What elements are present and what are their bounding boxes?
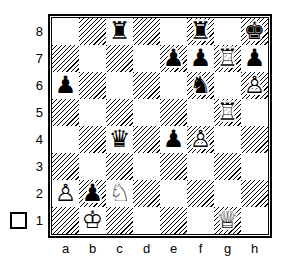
square-c7[interactable] <box>106 45 133 72</box>
square-a5[interactable] <box>52 99 79 126</box>
square-b1[interactable]: ♔ <box>79 207 106 234</box>
black-pawn-f7[interactable]: ♟ <box>187 45 214 72</box>
square-g6[interactable] <box>214 72 241 99</box>
square-c3[interactable] <box>106 153 133 180</box>
square-b4[interactable] <box>79 126 106 153</box>
rank-label-6: 6 <box>24 72 43 99</box>
board-frame: ♜♜♚♟♟♖♟♟♞♙♖♛♟♙♙♟♘♔♕ <box>48 14 272 238</box>
square-f3[interactable] <box>187 153 214 180</box>
black-king-h8[interactable]: ♚ <box>241 18 268 45</box>
file-label-h: h <box>241 241 268 256</box>
square-f1[interactable] <box>187 207 214 234</box>
file-label-c: c <box>106 241 133 256</box>
square-e8[interactable] <box>160 18 187 45</box>
square-g2[interactable] <box>214 180 241 207</box>
file-label-a: a <box>52 241 79 256</box>
square-g5[interactable]: ♖ <box>214 99 241 126</box>
file-label-f: f <box>187 241 214 256</box>
white-rook-g7[interactable]: ♖ <box>214 45 241 72</box>
square-b2[interactable]: ♟ <box>79 180 106 207</box>
square-f7[interactable]: ♟ <box>187 45 214 72</box>
black-pawn-b2[interactable]: ♟ <box>79 180 106 207</box>
rank-label-3: 3 <box>24 153 43 180</box>
square-a2[interactable]: ♙ <box>52 180 79 207</box>
square-c6[interactable] <box>106 72 133 99</box>
square-b5[interactable] <box>79 99 106 126</box>
square-d8[interactable] <box>133 18 160 45</box>
square-f6[interactable]: ♞ <box>187 72 214 99</box>
square-a7[interactable] <box>52 45 79 72</box>
file-label-b: b <box>79 241 106 256</box>
black-queen-c4[interactable]: ♛ <box>106 126 133 153</box>
square-f8[interactable]: ♜ <box>187 18 214 45</box>
square-f4[interactable]: ♙ <box>187 126 214 153</box>
square-g3[interactable] <box>214 153 241 180</box>
rank-labels: 87654321 <box>24 18 43 234</box>
square-b7[interactable] <box>79 45 106 72</box>
black-rook-f8[interactable]: ♜ <box>187 18 214 45</box>
square-e7[interactable]: ♟ <box>160 45 187 72</box>
black-pawn-e7[interactable]: ♟ <box>160 45 187 72</box>
chess-board[interactable]: ♜♜♚♟♟♖♟♟♞♙♖♛♟♙♙♟♘♔♕ <box>51 17 269 235</box>
rank-label-8: 8 <box>24 18 43 45</box>
square-e3[interactable] <box>160 153 187 180</box>
square-e1[interactable] <box>160 207 187 234</box>
square-f5[interactable] <box>187 99 214 126</box>
square-d6[interactable] <box>133 72 160 99</box>
white-king-b1[interactable]: ♔ <box>79 207 106 234</box>
square-c1[interactable] <box>106 207 133 234</box>
file-labels: abcdefgh <box>52 241 268 256</box>
square-e6[interactable] <box>160 72 187 99</box>
square-h3[interactable] <box>241 153 268 180</box>
file-label-g: g <box>214 241 241 256</box>
square-g4[interactable] <box>214 126 241 153</box>
square-h6[interactable]: ♙ <box>241 72 268 99</box>
square-a1[interactable] <box>52 207 79 234</box>
square-b3[interactable] <box>79 153 106 180</box>
white-knight-c2[interactable]: ♘ <box>106 180 133 207</box>
square-h4[interactable] <box>241 126 268 153</box>
file-label-d: d <box>133 241 160 256</box>
square-a6[interactable]: ♟ <box>52 72 79 99</box>
square-c8[interactable]: ♜ <box>106 18 133 45</box>
file-label-e: e <box>160 241 187 256</box>
square-d2[interactable] <box>133 180 160 207</box>
square-d3[interactable] <box>133 153 160 180</box>
square-g7[interactable]: ♖ <box>214 45 241 72</box>
white-pawn-f4[interactable]: ♙ <box>187 126 214 153</box>
square-a4[interactable] <box>52 126 79 153</box>
square-h7[interactable]: ♟ <box>241 45 268 72</box>
square-h1[interactable] <box>241 207 268 234</box>
square-b8[interactable] <box>79 18 106 45</box>
rank-label-4: 4 <box>24 126 43 153</box>
square-a3[interactable] <box>52 153 79 180</box>
black-pawn-a6[interactable]: ♟ <box>52 72 79 99</box>
rank-label-7: 7 <box>24 45 43 72</box>
square-d4[interactable] <box>133 126 160 153</box>
rank-label-1: 1 <box>24 207 43 234</box>
square-h2[interactable] <box>241 180 268 207</box>
black-knight-f6[interactable]: ♞ <box>187 72 214 99</box>
white-queen-g1[interactable]: ♕ <box>214 207 241 234</box>
rank-label-5: 5 <box>24 99 43 126</box>
square-e2[interactable] <box>160 180 187 207</box>
square-f2[interactable] <box>187 180 214 207</box>
square-c2[interactable]: ♘ <box>106 180 133 207</box>
white-pawn-h6[interactable]: ♙ <box>241 72 268 99</box>
square-b6[interactable] <box>79 72 106 99</box>
black-pawn-h7[interactable]: ♟ <box>241 45 268 72</box>
square-d5[interactable] <box>133 99 160 126</box>
black-pawn-e4[interactable]: ♟ <box>160 126 187 153</box>
black-rook-c8[interactable]: ♜ <box>106 18 133 45</box>
white-pawn-a2[interactable]: ♙ <box>52 180 79 207</box>
square-e4[interactable]: ♟ <box>160 126 187 153</box>
square-a8[interactable] <box>52 18 79 45</box>
square-h8[interactable]: ♚ <box>241 18 268 45</box>
chess-diagram: 87654321 ♜♜♚♟♟♖♟♟♞♙♖♛♟♙♙♟♘♔♕ abcdefgh <box>0 0 282 263</box>
square-c5[interactable] <box>106 99 133 126</box>
square-c4[interactable]: ♛ <box>106 126 133 153</box>
square-d1[interactable] <box>133 207 160 234</box>
square-g1[interactable]: ♕ <box>214 207 241 234</box>
square-e5[interactable] <box>160 99 187 126</box>
rank-label-2: 2 <box>24 180 43 207</box>
square-d7[interactable] <box>133 45 160 72</box>
square-g8[interactable] <box>214 18 241 45</box>
white-rook-g5[interactable]: ♖ <box>214 99 241 126</box>
square-h5[interactable] <box>241 99 268 126</box>
